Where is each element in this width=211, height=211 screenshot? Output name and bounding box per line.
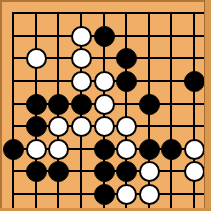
- black-stone: [71, 94, 92, 115]
- black-stone: [3, 139, 24, 160]
- white-stone: [71, 116, 92, 137]
- white-stone: [139, 161, 160, 182]
- go-board[interactable]: [0, 0, 211, 211]
- black-stone: [116, 48, 137, 69]
- black-stone: [26, 161, 47, 182]
- black-stone: [139, 94, 160, 115]
- black-stone: [94, 184, 115, 205]
- black-stone: [139, 139, 160, 160]
- white-stone: [184, 139, 205, 160]
- black-stone: [94, 139, 115, 160]
- black-stone: [116, 71, 137, 92]
- white-stone: [184, 161, 205, 182]
- white-stone: [116, 139, 137, 160]
- white-stone: [26, 139, 47, 160]
- white-stone: [26, 48, 47, 69]
- white-stone: [48, 116, 69, 137]
- board-edge-bottom: [0, 208, 211, 211]
- grid-line-horizontal: [12, 12, 205, 14]
- black-stone: [26, 94, 47, 115]
- white-stone: [71, 26, 92, 47]
- white-stone: [116, 184, 137, 205]
- white-stone: [71, 71, 92, 92]
- black-stone: [48, 94, 69, 115]
- black-stone: [161, 139, 182, 160]
- black-stone: [26, 116, 47, 137]
- black-stone: [184, 71, 205, 92]
- grid-line-vertical: [12, 12, 14, 208]
- black-stone: [94, 26, 115, 47]
- white-stone: [48, 139, 69, 160]
- grid-line-vertical: [170, 12, 172, 208]
- white-stone: [94, 71, 115, 92]
- board-edge-left: [0, 0, 2, 211]
- black-stone: [116, 161, 137, 182]
- white-stone: [116, 116, 137, 137]
- white-stone: [139, 184, 160, 205]
- white-stone: [71, 48, 92, 69]
- white-stone: [94, 94, 115, 115]
- board-edge-right: [204, 0, 211, 211]
- black-stone: [48, 161, 69, 182]
- board-edge-top: [0, 0, 211, 2]
- white-stone: [94, 116, 115, 137]
- black-stone: [94, 161, 115, 182]
